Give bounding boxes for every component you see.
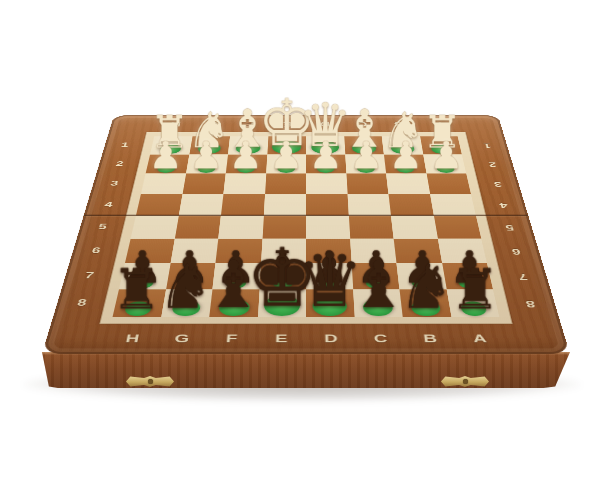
file-label-H: H xyxy=(156,119,195,129)
piece-black-knight-g8[interactable]: ♞ xyxy=(161,289,213,317)
square-g4[interactable] xyxy=(178,194,223,216)
product-photo-stage: HGFEDCBA HGFEDCBA 12345678 12345678 ♜♞♝♚… xyxy=(0,0,600,480)
square-h3[interactable] xyxy=(141,174,186,194)
square-b3[interactable] xyxy=(386,174,430,194)
square-d4[interactable] xyxy=(306,194,349,216)
brass-clasp-right-icon xyxy=(441,376,489,387)
rank-label-3: 3 xyxy=(98,174,131,194)
chess-case-top-surface: HGFEDCBA HGFEDCBA 12345678 12345678 ♜♞♝♚… xyxy=(42,115,570,354)
file-label-C: C xyxy=(343,119,381,129)
piece-black-king-e8[interactable]: ♚ xyxy=(258,289,306,317)
piece-white-pawn-h2[interactable]: ♟ xyxy=(146,154,189,173)
pawn-glyph: ♟ xyxy=(229,137,263,172)
rank-label-4: 4 xyxy=(487,194,521,216)
rank-label-2: 2 xyxy=(477,154,509,173)
square-c4[interactable] xyxy=(347,194,391,216)
file-label-G: G xyxy=(193,119,232,129)
brass-clasp-left-icon xyxy=(126,376,174,387)
piece-white-pawn-f2[interactable]: ♟ xyxy=(226,154,267,173)
pawn-glyph: ♟ xyxy=(349,137,383,172)
rook-glyph: ♜ xyxy=(450,264,500,315)
file-label-B: B xyxy=(380,119,419,129)
piece-black-rook-h8[interactable]: ♜ xyxy=(113,289,166,317)
square-h4[interactable] xyxy=(136,194,182,216)
pawn-glyph: ♟ xyxy=(149,137,183,172)
square-f4[interactable] xyxy=(221,194,265,216)
piece-white-pawn-a2[interactable]: ♟ xyxy=(423,154,466,173)
rank-label-3: 3 xyxy=(481,174,514,194)
square-c3[interactable] xyxy=(346,174,388,194)
square-e4[interactable] xyxy=(263,194,306,216)
file-label-E: E xyxy=(268,119,306,129)
file-labels-top: HGFEDCBA xyxy=(156,119,456,129)
pawn-glyph: ♟ xyxy=(269,137,303,172)
piece-white-pawn-d2[interactable]: ♟ xyxy=(306,154,346,173)
knight-glyph: ♞ xyxy=(158,259,213,315)
file-label-F: F xyxy=(231,119,269,129)
rank-label-6: 6 xyxy=(77,239,114,263)
chessboard-3d-scene: HGFEDCBA HGFEDCBA 12345678 12345678 ♜♞♝♚… xyxy=(42,115,570,354)
rank-label-1: 1 xyxy=(472,136,503,154)
pawn-glyph: ♟ xyxy=(309,137,343,172)
square-e3[interactable] xyxy=(265,174,306,194)
square-b4[interactable] xyxy=(389,194,434,216)
pawn-glyph: ♟ xyxy=(189,137,223,172)
piece-black-rook-a8[interactable]: ♜ xyxy=(446,289,499,317)
square-f3[interactable] xyxy=(223,174,265,194)
piece-white-pawn-e2[interactable]: ♟ xyxy=(266,154,306,173)
rank-label-7: 7 xyxy=(70,263,108,289)
square-g3[interactable] xyxy=(182,174,226,194)
file-label-A: A xyxy=(417,119,456,129)
piece-white-pawn-c2[interactable]: ♟ xyxy=(345,154,386,173)
pawn-glyph: ♟ xyxy=(389,137,423,172)
square-a3[interactable] xyxy=(426,174,471,194)
rank-label-4: 4 xyxy=(91,194,125,216)
file-label-D: D xyxy=(306,119,344,129)
piece-white-pawn-g2[interactable]: ♟ xyxy=(186,154,228,173)
pawn-glyph: ♟ xyxy=(429,137,463,172)
square-a4[interactable] xyxy=(430,194,476,216)
piece-white-pawn-b2[interactable]: ♟ xyxy=(384,154,426,173)
piece-black-knight-b8[interactable]: ♞ xyxy=(400,289,452,317)
knight-glyph: ♞ xyxy=(399,259,454,315)
king-glyph: ♚ xyxy=(246,241,318,315)
rank-label-1: 1 xyxy=(109,136,140,154)
case-front-face xyxy=(42,352,570,388)
square-d3[interactable] xyxy=(306,174,347,194)
fold-seam xyxy=(83,215,528,217)
rook-glyph: ♜ xyxy=(112,264,162,315)
